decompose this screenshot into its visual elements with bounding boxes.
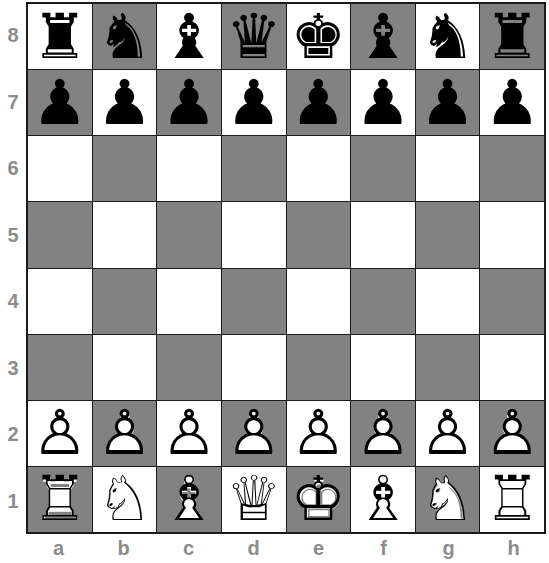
piece-white-bishop[interactable]: ♝♗ [351, 467, 415, 532]
white-piece-outline: ♖ [480, 467, 544, 532]
square-d6[interactable] [222, 136, 286, 201]
rank-label-3: 3 [0, 335, 26, 402]
square-h5[interactable] [480, 202, 544, 267]
piece-white-knight[interactable]: ♞♘ [416, 467, 480, 532]
rank-label-2: 2 [0, 401, 26, 468]
square-g3[interactable] [416, 335, 480, 400]
square-h4[interactable] [480, 269, 544, 334]
piece-black-bishop[interactable]: ♝ [157, 4, 221, 69]
square-b3[interactable] [93, 335, 157, 400]
square-b6[interactable] [93, 136, 157, 201]
square-e6[interactable] [287, 136, 351, 201]
white-piece-outline: ♘ [416, 467, 480, 532]
piece-black-queen[interactable]: ♛ [222, 4, 286, 69]
white-piece-outline: ♗ [157, 467, 221, 532]
square-f2[interactable]: ♟♙ [351, 401, 415, 466]
file-labels: abcdefgh [26, 534, 546, 562]
white-piece-outline: ♔ [287, 467, 351, 532]
square-d1[interactable]: ♛♕ [222, 467, 286, 532]
white-piece-outline: ♙ [93, 401, 157, 466]
white-piece-outline: ♙ [480, 401, 544, 466]
piece-white-pawn[interactable]: ♟♙ [157, 401, 221, 466]
square-a2[interactable]: ♟♙ [28, 401, 92, 466]
square-e5[interactable] [287, 202, 351, 267]
piece-white-pawn[interactable]: ♟♙ [351, 401, 415, 466]
square-d3[interactable] [222, 335, 286, 400]
square-h2[interactable]: ♟♙ [480, 401, 544, 466]
white-piece-outline: ♙ [351, 401, 415, 466]
piece-black-pawn[interactable]: ♟ [28, 70, 92, 135]
white-piece-outline: ♙ [28, 401, 92, 466]
file-label-g: g [416, 534, 481, 562]
square-d2[interactable]: ♟♙ [222, 401, 286, 466]
piece-black-pawn[interactable]: ♟ [416, 70, 480, 135]
square-a1[interactable]: ♜♖ [28, 467, 92, 532]
file-label-a: a [26, 534, 91, 562]
piece-white-pawn[interactable]: ♟♙ [480, 401, 544, 466]
piece-white-pawn[interactable]: ♟♙ [222, 401, 286, 466]
chess-diagram: 87654321 ♜♞♝♛♚♝♞♜♟♟♟♟♟♟♟♟♟♙♟♙♟♙♟♙♟♙♟♙♟♙♟… [0, 0, 549, 563]
square-b8[interactable]: ♞ [93, 4, 157, 69]
piece-black-pawn[interactable]: ♟ [93, 70, 157, 135]
piece-black-rook[interactable]: ♜ [28, 4, 92, 69]
piece-white-rook[interactable]: ♜♖ [480, 467, 544, 532]
square-a6[interactable] [28, 136, 92, 201]
square-g5[interactable] [416, 202, 480, 267]
white-piece-outline: ♙ [416, 401, 480, 466]
square-c8[interactable]: ♝ [157, 4, 221, 69]
square-g8[interactable]: ♞ [416, 4, 480, 69]
piece-black-rook[interactable]: ♜ [480, 4, 544, 69]
square-d7[interactable]: ♟ [222, 70, 286, 135]
square-c2[interactable]: ♟♙ [157, 401, 221, 466]
square-a7[interactable]: ♟ [28, 70, 92, 135]
square-b4[interactable] [93, 269, 157, 334]
piece-black-pawn[interactable]: ♟ [351, 70, 415, 135]
white-piece-outline: ♗ [351, 467, 415, 532]
square-g6[interactable] [416, 136, 480, 201]
piece-white-pawn[interactable]: ♟♙ [93, 401, 157, 466]
rank-label-6: 6 [0, 135, 26, 202]
piece-black-pawn[interactable]: ♟ [480, 70, 544, 135]
piece-white-rook[interactable]: ♜♖ [28, 467, 92, 532]
square-d5[interactable] [222, 202, 286, 267]
square-g2[interactable]: ♟♙ [416, 401, 480, 466]
piece-black-knight[interactable]: ♞ [416, 4, 480, 69]
square-h3[interactable] [480, 335, 544, 400]
square-b1[interactable]: ♞♘ [93, 467, 157, 532]
rank-label-7: 7 [0, 69, 26, 136]
square-h6[interactable] [480, 136, 544, 201]
square-c6[interactable] [157, 136, 221, 201]
piece-black-knight[interactable]: ♞ [93, 4, 157, 69]
square-e1[interactable]: ♚♔ [287, 467, 351, 532]
white-piece-outline: ♙ [157, 401, 221, 466]
white-piece-outline: ♘ [93, 467, 157, 532]
piece-white-knight[interactable]: ♞♘ [93, 467, 157, 532]
square-g1[interactable]: ♞♘ [416, 467, 480, 532]
piece-white-pawn[interactable]: ♟♙ [287, 401, 351, 466]
square-e3[interactable] [287, 335, 351, 400]
square-b5[interactable] [93, 202, 157, 267]
square-f5[interactable] [351, 202, 415, 267]
piece-black-pawn[interactable]: ♟ [287, 70, 351, 135]
piece-white-pawn[interactable]: ♟♙ [28, 401, 92, 466]
square-e4[interactable] [287, 269, 351, 334]
square-a5[interactable] [28, 202, 92, 267]
file-label-d: d [221, 534, 286, 562]
file-label-h: h [481, 534, 546, 562]
white-piece-outline: ♖ [28, 467, 92, 532]
chess-board: ♜♞♝♛♚♝♞♜♟♟♟♟♟♟♟♟♟♙♟♙♟♙♟♙♟♙♟♙♟♙♟♙♜♖♞♘♝♗♛♕… [26, 2, 546, 534]
square-d4[interactable] [222, 269, 286, 334]
square-c7[interactable]: ♟ [157, 70, 221, 135]
file-label-f: f [351, 534, 416, 562]
white-piece-outline: ♕ [222, 467, 286, 532]
square-f6[interactable] [351, 136, 415, 201]
piece-black-pawn[interactable]: ♟ [222, 70, 286, 135]
square-d8[interactable]: ♛ [222, 4, 286, 69]
white-piece-outline: ♙ [287, 401, 351, 466]
square-c1[interactable]: ♝♗ [157, 467, 221, 532]
square-e7[interactable]: ♟ [287, 70, 351, 135]
rank-label-1: 1 [0, 468, 26, 535]
square-a4[interactable] [28, 269, 92, 334]
file-label-c: c [156, 534, 221, 562]
white-piece-outline: ♙ [222, 401, 286, 466]
square-b7[interactable]: ♟ [93, 70, 157, 135]
square-f8[interactable]: ♝ [351, 4, 415, 69]
square-g7[interactable]: ♟ [416, 70, 480, 135]
square-b2[interactable]: ♟♙ [93, 401, 157, 466]
square-c5[interactable] [157, 202, 221, 267]
piece-white-king[interactable]: ♚♔ [287, 467, 351, 532]
square-f1[interactable]: ♝♗ [351, 467, 415, 532]
square-c4[interactable] [157, 269, 221, 334]
square-e8[interactable]: ♚ [287, 4, 351, 69]
square-e2[interactable]: ♟♙ [287, 401, 351, 466]
square-a3[interactable] [28, 335, 92, 400]
square-f7[interactable]: ♟ [351, 70, 415, 135]
square-h1[interactable]: ♜♖ [480, 467, 544, 532]
rank-label-8: 8 [0, 2, 26, 69]
square-a8[interactable]: ♜ [28, 4, 92, 69]
square-h8[interactable]: ♜ [480, 4, 544, 69]
piece-white-queen[interactable]: ♛♕ [222, 467, 286, 532]
square-f3[interactable] [351, 335, 415, 400]
square-h7[interactable]: ♟ [480, 70, 544, 135]
file-label-b: b [91, 534, 156, 562]
rank-label-4: 4 [0, 268, 26, 335]
square-f4[interactable] [351, 269, 415, 334]
square-g4[interactable] [416, 269, 480, 334]
file-label-e: e [286, 534, 351, 562]
piece-black-pawn[interactable]: ♟ [157, 70, 221, 135]
rank-label-5: 5 [0, 202, 26, 269]
piece-black-bishop[interactable]: ♝ [351, 4, 415, 69]
rank-labels: 87654321 [0, 2, 26, 534]
square-c3[interactable] [157, 335, 221, 400]
piece-white-pawn[interactable]: ♟♙ [416, 401, 480, 466]
piece-white-bishop[interactable]: ♝♗ [157, 467, 221, 532]
piece-black-king[interactable]: ♚ [287, 4, 351, 69]
